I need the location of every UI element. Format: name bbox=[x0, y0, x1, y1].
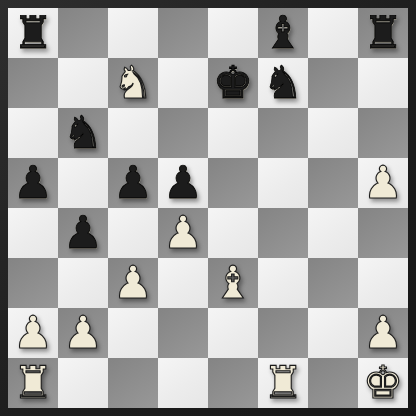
square-h1[interactable]: ♚ bbox=[358, 358, 408, 408]
square-f4[interactable] bbox=[258, 208, 308, 258]
chess-board-frame: ♜♝♜♞♚♞♞♟♟♟♟♟♟♟♝♟♟♟♜♜♚ bbox=[0, 0, 416, 416]
square-a5[interactable]: ♟ bbox=[8, 158, 58, 208]
square-c2[interactable] bbox=[108, 308, 158, 358]
square-e3[interactable]: ♝ bbox=[208, 258, 258, 308]
square-b6[interactable]: ♞ bbox=[58, 108, 108, 158]
square-a1[interactable]: ♜ bbox=[8, 358, 58, 408]
square-h5[interactable]: ♟ bbox=[358, 158, 408, 208]
square-h3[interactable] bbox=[358, 258, 408, 308]
square-c3[interactable]: ♟ bbox=[108, 258, 158, 308]
square-b3[interactable] bbox=[58, 258, 108, 308]
piece-white-pawn-h5[interactable]: ♟ bbox=[358, 158, 408, 208]
square-c5[interactable]: ♟ bbox=[108, 158, 158, 208]
square-f3[interactable] bbox=[258, 258, 308, 308]
piece-black-pawn-d5[interactable]: ♟ bbox=[158, 158, 208, 208]
square-d2[interactable] bbox=[158, 308, 208, 358]
square-d5[interactable]: ♟ bbox=[158, 158, 208, 208]
square-d6[interactable] bbox=[158, 108, 208, 158]
piece-white-pawn-d4[interactable]: ♟ bbox=[158, 208, 208, 258]
piece-white-pawn-c3[interactable]: ♟ bbox=[108, 258, 158, 308]
square-f5[interactable] bbox=[258, 158, 308, 208]
piece-white-king-h1[interactable]: ♚ bbox=[358, 358, 408, 408]
square-f7[interactable]: ♞ bbox=[258, 58, 308, 108]
square-a7[interactable] bbox=[8, 58, 58, 108]
square-d3[interactable] bbox=[158, 258, 208, 308]
square-h6[interactable] bbox=[358, 108, 408, 158]
square-d4[interactable]: ♟ bbox=[158, 208, 208, 258]
square-b2[interactable]: ♟ bbox=[58, 308, 108, 358]
square-c8[interactable] bbox=[108, 8, 158, 58]
square-e8[interactable] bbox=[208, 8, 258, 58]
square-b1[interactable] bbox=[58, 358, 108, 408]
square-g5[interactable] bbox=[308, 158, 358, 208]
square-e1[interactable] bbox=[208, 358, 258, 408]
square-e6[interactable] bbox=[208, 108, 258, 158]
piece-black-knight-f7[interactable]: ♞ bbox=[258, 58, 308, 108]
piece-black-bishop-f8[interactable]: ♝ bbox=[258, 8, 308, 58]
square-g3[interactable] bbox=[308, 258, 358, 308]
square-a8[interactable]: ♜ bbox=[8, 8, 58, 58]
square-b7[interactable] bbox=[58, 58, 108, 108]
square-c6[interactable] bbox=[108, 108, 158, 158]
square-g4[interactable] bbox=[308, 208, 358, 258]
square-f1[interactable]: ♜ bbox=[258, 358, 308, 408]
square-g2[interactable] bbox=[308, 308, 358, 358]
piece-black-knight-b6[interactable]: ♞ bbox=[58, 108, 108, 158]
square-b8[interactable] bbox=[58, 8, 108, 58]
square-d8[interactable] bbox=[158, 8, 208, 58]
square-d7[interactable] bbox=[158, 58, 208, 108]
piece-white-pawn-a2[interactable]: ♟ bbox=[8, 308, 58, 358]
square-c4[interactable] bbox=[108, 208, 158, 258]
square-c1[interactable] bbox=[108, 358, 158, 408]
square-g7[interactable] bbox=[308, 58, 358, 108]
square-f6[interactable] bbox=[258, 108, 308, 158]
piece-black-pawn-b4[interactable]: ♟ bbox=[58, 208, 108, 258]
piece-white-pawn-h2[interactable]: ♟ bbox=[358, 308, 408, 358]
square-f8[interactable]: ♝ bbox=[258, 8, 308, 58]
square-a2[interactable]: ♟ bbox=[8, 308, 58, 358]
square-a3[interactable] bbox=[8, 258, 58, 308]
piece-black-rook-h8[interactable]: ♜ bbox=[358, 8, 408, 58]
square-h2[interactable]: ♟ bbox=[358, 308, 408, 358]
piece-white-rook-f1[interactable]: ♜ bbox=[258, 358, 308, 408]
square-b5[interactable] bbox=[58, 158, 108, 208]
piece-black-pawn-c5[interactable]: ♟ bbox=[108, 158, 158, 208]
piece-white-pawn-b2[interactable]: ♟ bbox=[58, 308, 108, 358]
square-a4[interactable] bbox=[8, 208, 58, 258]
piece-white-bishop-e3[interactable]: ♝ bbox=[208, 258, 258, 308]
piece-white-knight-c7[interactable]: ♞ bbox=[108, 58, 158, 108]
square-g1[interactable] bbox=[308, 358, 358, 408]
square-e5[interactable] bbox=[208, 158, 258, 208]
square-e2[interactable] bbox=[208, 308, 258, 358]
piece-black-rook-a8[interactable]: ♜ bbox=[8, 8, 58, 58]
square-g8[interactable] bbox=[308, 8, 358, 58]
square-e4[interactable] bbox=[208, 208, 258, 258]
piece-white-rook-a1[interactable]: ♜ bbox=[8, 358, 58, 408]
piece-black-king-e7[interactable]: ♚ bbox=[208, 58, 258, 108]
square-g6[interactable] bbox=[308, 108, 358, 158]
square-d1[interactable] bbox=[158, 358, 208, 408]
square-h8[interactable]: ♜ bbox=[358, 8, 408, 58]
chess-board: ♜♝♜♞♚♞♞♟♟♟♟♟♟♟♝♟♟♟♜♜♚ bbox=[8, 8, 408, 408]
square-h4[interactable] bbox=[358, 208, 408, 258]
square-c7[interactable]: ♞ bbox=[108, 58, 158, 108]
square-a6[interactable] bbox=[8, 108, 58, 158]
square-h7[interactable] bbox=[358, 58, 408, 108]
square-f2[interactable] bbox=[258, 308, 308, 358]
square-e7[interactable]: ♚ bbox=[208, 58, 258, 108]
square-b4[interactable]: ♟ bbox=[58, 208, 108, 258]
piece-black-pawn-a5[interactable]: ♟ bbox=[8, 158, 58, 208]
